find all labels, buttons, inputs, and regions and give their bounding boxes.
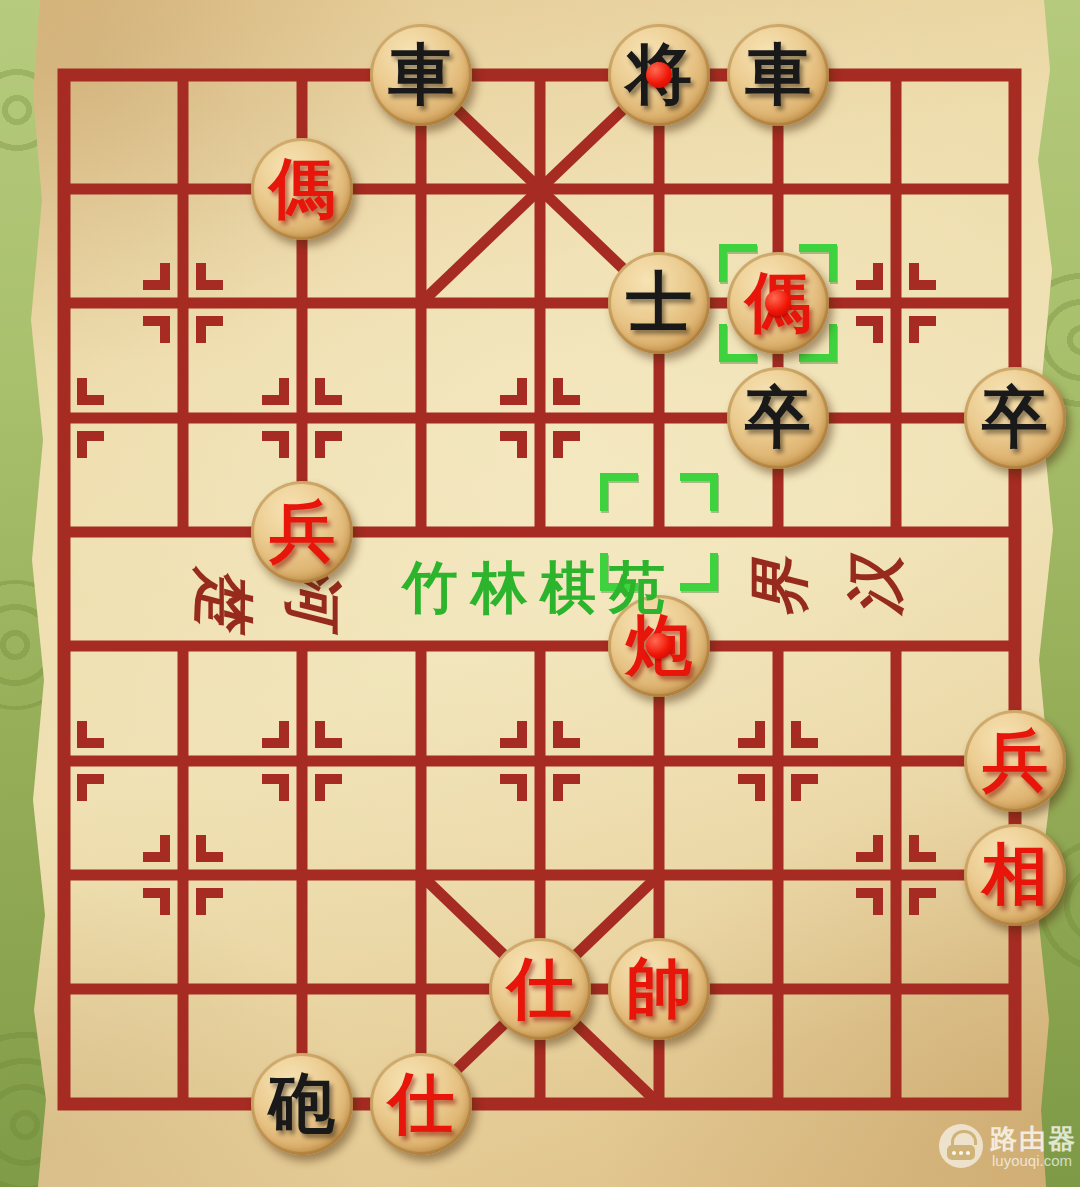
point-marker — [77, 721, 87, 748]
piece-red-horse[interactable]: 傌 — [727, 252, 829, 354]
point-marker — [315, 721, 325, 748]
piece-red-soldier[interactable]: 兵 — [251, 481, 353, 583]
point-marker — [553, 431, 563, 458]
point-marker — [279, 774, 289, 801]
point-marker — [196, 263, 206, 290]
point-marker — [553, 378, 563, 405]
piece-red-horse[interactable]: 傌 — [251, 138, 353, 240]
piece-glyph: 士 — [626, 270, 692, 336]
point-marker — [279, 721, 289, 748]
logo-domain: luyouqi.com — [992, 1152, 1072, 1169]
piece-glyph: 車 — [745, 42, 811, 108]
point-marker — [196, 835, 206, 862]
piece-glyph: 兵 — [982, 728, 1048, 794]
piece-glyph: 車 — [388, 42, 454, 108]
site-watermark-text: 竹林棋苑 — [402, 551, 678, 627]
app-screen: 楚河界汉車将車傌士傌卒卒兵炮兵相仕帥砲仕 竹林棋苑 路由器 luyouqi.co… — [0, 0, 1080, 1187]
point-marker — [315, 774, 325, 801]
wifi-arc-icon — [951, 1130, 977, 1145]
piece-glyph: 仕 — [388, 1071, 454, 1137]
piece-glyph: 卒 — [982, 385, 1048, 451]
point-marker — [517, 431, 527, 458]
piece-red-general[interactable]: 帥 — [608, 938, 710, 1040]
piece-glyph: 仕 — [507, 956, 573, 1022]
river-label: 楚 — [182, 567, 263, 627]
piece-glyph: 砲 — [269, 1071, 335, 1137]
check-dot — [646, 62, 672, 88]
point-marker — [160, 835, 170, 862]
piece-glyph: 傌 — [269, 156, 335, 222]
point-marker — [517, 721, 527, 748]
router-body-icon — [947, 1145, 975, 1160]
point-marker — [873, 263, 883, 290]
point-marker — [315, 378, 325, 405]
river-label: 界 — [740, 558, 821, 618]
point-marker — [279, 431, 289, 458]
luyouqi-logo: 路由器 luyouqi.com — [932, 1118, 1080, 1187]
router-logo-icon — [939, 1124, 983, 1168]
piece-glyph: 相 — [982, 842, 1048, 908]
point-marker — [160, 316, 170, 343]
point-marker — [873, 835, 883, 862]
check-dot — [765, 290, 791, 316]
point-marker — [279, 378, 289, 405]
piece-red-elephant[interactable]: 相 — [964, 824, 1066, 926]
point-marker — [553, 721, 563, 748]
point-marker — [791, 774, 801, 801]
point-marker — [77, 774, 87, 801]
piece-red-advisor[interactable]: 仕 — [370, 1053, 472, 1155]
piece-red-soldier[interactable]: 兵 — [964, 710, 1066, 812]
point-marker — [791, 721, 801, 748]
point-marker — [873, 316, 883, 343]
piece-black-general[interactable]: 将 — [608, 24, 710, 126]
point-marker — [755, 721, 765, 748]
point-marker — [517, 774, 527, 801]
piece-red-advisor[interactable]: 仕 — [489, 938, 591, 1040]
point-marker — [160, 888, 170, 915]
piece-black-soldier[interactable]: 卒 — [727, 367, 829, 469]
point-marker — [315, 431, 325, 458]
piece-black-rook[interactable]: 車 — [727, 24, 829, 126]
piece-black-advisor[interactable]: 士 — [608, 252, 710, 354]
piece-glyph: 卒 — [745, 385, 811, 451]
piece-glyph: 帥 — [626, 956, 692, 1022]
piece-black-soldier[interactable]: 卒 — [964, 367, 1066, 469]
point-marker — [755, 774, 765, 801]
piece-black-cannon[interactable]: 砲 — [251, 1053, 353, 1155]
check-dot — [646, 633, 672, 659]
point-marker — [77, 431, 87, 458]
point-marker — [196, 316, 206, 343]
point-marker — [909, 888, 919, 915]
point-marker — [160, 263, 170, 290]
river-label: 汉 — [836, 556, 917, 616]
point-marker — [553, 774, 563, 801]
point-marker — [196, 888, 206, 915]
point-marker — [909, 835, 919, 862]
point-marker — [77, 378, 87, 405]
piece-black-rook[interactable]: 車 — [370, 24, 472, 126]
point-marker — [873, 888, 883, 915]
point-marker — [909, 316, 919, 343]
piece-glyph: 兵 — [269, 499, 335, 565]
point-marker — [909, 263, 919, 290]
point-marker — [517, 378, 527, 405]
